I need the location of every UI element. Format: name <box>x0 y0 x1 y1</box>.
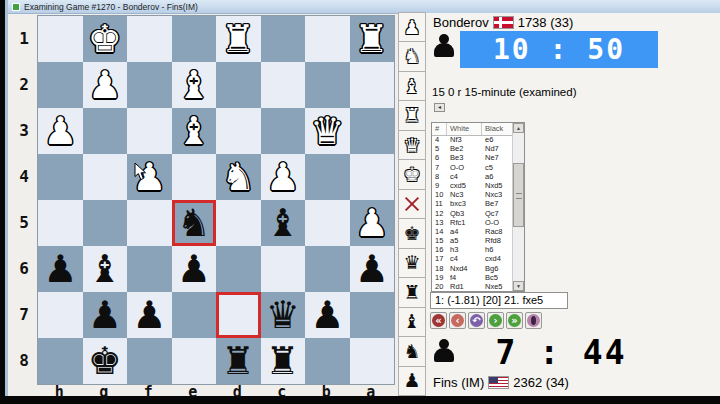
square-h2[interactable] <box>38 62 83 108</box>
white-move[interactable]: c4 <box>447 172 482 181</box>
top-player-name: Bonderov <box>433 15 489 30</box>
move-number: 18 <box>432 264 447 273</box>
black-move[interactable]: Bc5 <box>482 273 512 282</box>
square-a3[interactable] <box>350 108 395 154</box>
rank-labels: 12345678 <box>12 15 36 383</box>
square-f1[interactable] <box>127 16 172 62</box>
black-pawn[interactable]: ♟ <box>177 250 211 288</box>
square-g8[interactable]: ♚ <box>83 338 128 384</box>
move-row-5[interactable]: 5Be2Nd7 <box>432 144 512 153</box>
white-pawn[interactable]: ♟ <box>88 66 122 104</box>
white-knight-icon: ♞ <box>403 47 420 66</box>
white-move[interactable]: Nf3 <box>447 135 482 144</box>
white-pawn-icon[interactable]: ♟ <box>398 12 426 42</box>
engine-sound-button[interactable] <box>525 312 542 329</box>
rank-label-7: 7 <box>12 291 36 337</box>
rank-label-1: 1 <box>12 15 36 61</box>
square-c6[interactable] <box>261 246 306 292</box>
black-knight[interactable]: ♞ <box>177 204 211 242</box>
step-forward-button[interactable]: › <box>487 312 504 329</box>
white-king-icon[interactable]: ♚ <box>398 159 426 189</box>
square-c4[interactable]: ♟ <box>261 154 306 200</box>
square-e2[interactable]: ♝ <box>172 62 217 108</box>
move-number: 16 <box>432 245 447 254</box>
black-move[interactable]: h6 <box>482 245 512 254</box>
move-row-16[interactable]: 16h3h6 <box>432 245 512 254</box>
square-g2[interactable]: ♟ <box>83 62 128 108</box>
black-pawn[interactable]: ♟ <box>132 296 166 334</box>
square-h5[interactable] <box>38 200 83 246</box>
black-move[interactable]: Nd7 <box>482 144 512 153</box>
engine-analysis-line: 1: (-1.81) [20] 21. fxe5 <box>430 292 568 309</box>
move-number: 9 <box>432 181 447 190</box>
white-move[interactable]: c4 <box>447 254 482 263</box>
square-a1[interactable]: ♜ <box>350 16 395 62</box>
square-d4[interactable]: ♞ <box>216 154 261 200</box>
black-rook[interactable]: ♜ <box>266 342 300 380</box>
move-row-17[interactable]: 17c4cxd4 <box>432 254 512 263</box>
black-pawn-icon: ♟ <box>403 371 420 390</box>
black-move[interactable]: Rac8 <box>482 227 512 236</box>
move-number: 6 <box>432 153 447 162</box>
square-d1[interactable]: ♜ <box>216 16 261 62</box>
square-e7[interactable] <box>172 292 217 338</box>
jump-to-end-button[interactable]: » <box>506 312 523 329</box>
move-number: 20 <box>432 282 447 291</box>
square-b4[interactable] <box>305 154 350 200</box>
black-pawn[interactable]: ♟ <box>88 296 122 334</box>
square-g4[interactable] <box>83 154 128 200</box>
file-label-e: e <box>171 383 216 401</box>
square-c7[interactable]: ♛ <box>261 292 306 338</box>
white-pawn[interactable]: ♟ <box>266 158 300 196</box>
file-label-d: d <box>215 383 260 401</box>
black-move[interactable]: a6 <box>482 172 512 181</box>
square-h3[interactable]: ♟ <box>38 108 83 154</box>
black-king-icon: ♚ <box>403 224 420 243</box>
step-back-button[interactable]: ‹ <box>449 312 466 329</box>
black-move[interactable]: e6 <box>482 135 512 144</box>
move-list-scrollbar[interactable]: ▲ ▼ <box>512 123 524 291</box>
move-row-11[interactable]: 11bxc3Be7 <box>432 199 512 208</box>
file-labels: hgfedcba <box>37 383 393 398</box>
white-rook[interactable]: ♜ <box>355 20 389 58</box>
square-e6[interactable]: ♟ <box>172 246 217 292</box>
delete-piece-x-icon[interactable] <box>398 189 426 219</box>
black-bishop-icon[interactable]: ♝ <box>398 307 426 337</box>
square-f7[interactable]: ♟ <box>127 292 172 338</box>
white-bishop-icon: ♝ <box>403 77 420 96</box>
white-move[interactable]: f4 <box>447 273 482 282</box>
right-panel: Bonderov 1738 (33) 10 : 50 15 0 r 15-min… <box>426 13 720 396</box>
square-a4[interactable] <box>350 154 395 200</box>
black-player-person-icon <box>433 339 455 366</box>
step-forward-icon: › <box>489 314 502 327</box>
white-move[interactable]: a5 <box>447 236 482 245</box>
black-queen-icon: ♛ <box>403 253 420 272</box>
square-d3[interactable] <box>216 108 261 154</box>
bottom-player-rating: 2362 (34) <box>513 375 569 390</box>
square-e5[interactable]: ♞ <box>172 200 217 246</box>
takeback-icon: ↶ <box>470 314 483 327</box>
white-bishop[interactable]: ♝ <box>177 66 211 104</box>
rank-label-5: 5 <box>12 199 36 245</box>
white-move[interactable]: Be3 <box>447 153 482 162</box>
square-c5[interactable]: ♝ <box>261 200 306 246</box>
navigation-buttons: «‹↶›» <box>430 312 542 329</box>
white-bishop-icon[interactable]: ♝ <box>398 71 426 101</box>
move-number: 5 <box>432 144 447 153</box>
white-move[interactable]: h3 <box>447 245 482 254</box>
white-pawn[interactable]: ♟ <box>355 204 389 242</box>
black-rook-icon: ♜ <box>403 283 420 302</box>
square-h1[interactable] <box>38 16 83 62</box>
black-move[interactable]: Rfd8 <box>482 236 512 245</box>
square-b3[interactable]: ♛ <box>305 108 350 154</box>
move-row-6[interactable]: 6Be3Ne7 <box>432 153 512 162</box>
white-rook-icon[interactable]: ♜ <box>398 100 426 130</box>
black-king[interactable]: ♚ <box>88 342 122 380</box>
usa-flag-icon <box>488 376 509 389</box>
move-number: 19 <box>432 273 447 282</box>
move-row-10[interactable]: 10Nc3Nxc3 <box>432 190 512 199</box>
move-number: 13 <box>432 218 447 227</box>
jump-to-start-button[interactable]: « <box>430 312 447 329</box>
x-icon <box>404 196 420 212</box>
square-b6[interactable] <box>305 246 350 292</box>
square-e8[interactable] <box>172 338 217 384</box>
move-row-14[interactable]: 14a4Rac8 <box>432 227 512 236</box>
black-move[interactable]: O-O <box>482 218 512 227</box>
white-rook[interactable]: ♜ <box>221 20 255 58</box>
white-move[interactable]: cxd5 <box>447 181 482 190</box>
square-b2[interactable] <box>305 62 350 108</box>
move-row-13[interactable]: 13Rfc1O-O <box>432 218 512 227</box>
white-player-person-icon <box>433 34 455 61</box>
square-a5[interactable]: ♟ <box>350 200 395 246</box>
move-row-15[interactable]: 15a5Rfd8 <box>432 236 512 245</box>
white-bishop[interactable]: ♝ <box>177 112 211 150</box>
window-title: Examining Game #1270 - Bonderov - Fins(I… <box>24 2 198 12</box>
title-bar[interactable]: Examining Game #1270 - Bonderov - Fins(I… <box>8 0 720 14</box>
white-pawn[interactable]: ♟ <box>43 112 77 150</box>
black-move[interactable]: Qc7 <box>482 209 512 218</box>
black-move[interactable]: Nxe5 <box>482 282 512 291</box>
jump-to-start-icon: « <box>432 314 445 327</box>
black-bishop-icon: ♝ <box>403 312 420 331</box>
white-rook-icon: ♜ <box>403 106 420 125</box>
file-label-h: h <box>37 383 82 401</box>
white-move[interactable]: O-O <box>447 163 482 172</box>
white-knight-icon[interactable]: ♞ <box>398 41 426 71</box>
square-g5[interactable] <box>83 200 128 246</box>
rank-label-4: 4 <box>12 153 36 199</box>
white-knight[interactable]: ♞ <box>221 158 255 196</box>
square-h7[interactable] <box>38 292 83 338</box>
square-b1[interactable] <box>305 16 350 62</box>
square-g6[interactable]: ♝ <box>83 246 128 292</box>
move-number: 11 <box>432 199 447 208</box>
file-label-c: c <box>260 383 305 401</box>
app-icon <box>12 3 20 11</box>
black-move[interactable]: Bg6 <box>482 264 512 273</box>
black-pawn[interactable]: ♟ <box>43 250 77 288</box>
mouse-cursor <box>134 162 147 181</box>
white-move[interactable]: a4 <box>447 227 482 236</box>
square-c8[interactable]: ♜ <box>261 338 306 384</box>
black-bishop[interactable]: ♝ <box>266 204 300 242</box>
file-label-a: a <box>349 383 394 401</box>
square-g7[interactable]: ♟ <box>83 292 128 338</box>
white-king[interactable]: ♚ <box>88 20 122 58</box>
black-pawn-icon[interactable]: ♟ <box>398 366 426 396</box>
black-move[interactable]: c5 <box>482 163 512 172</box>
rank-label-3: 3 <box>12 107 36 153</box>
square-c2[interactable] <box>261 62 306 108</box>
black-queen[interactable]: ♛ <box>266 296 300 334</box>
square-e4[interactable] <box>172 154 217 200</box>
white-king-icon: ♚ <box>403 165 420 184</box>
rank-label-2: 2 <box>12 61 36 107</box>
move-number: 7 <box>432 163 447 172</box>
column-header-white: White <box>447 123 482 135</box>
square-d5[interactable] <box>216 200 261 246</box>
square-h8[interactable] <box>38 338 83 384</box>
file-label-f: f <box>126 383 171 401</box>
square-e3[interactable]: ♝ <box>172 108 217 154</box>
white-queen-icon: ♛ <box>403 136 420 155</box>
white-clock: 10 : 50 <box>460 31 658 68</box>
black-queen-icon[interactable]: ♛ <box>398 248 426 278</box>
square-d7[interactable] <box>216 292 261 338</box>
jump-to-end-icon: » <box>508 314 521 327</box>
move-row-19[interactable]: 19f4Bc5 <box>432 273 512 282</box>
file-label-b: b <box>304 383 349 401</box>
black-pawn[interactable]: ♟ <box>310 296 344 334</box>
black-clock: 7 : 44 <box>456 330 666 374</box>
move-row-20[interactable]: 20Rd1Nxe5 <box>432 282 512 291</box>
square-b8[interactable] <box>305 338 350 384</box>
piece-palette: ♟♞♝♜♛♚♚♛♜♝♞♟ <box>398 13 426 396</box>
square-a2[interactable] <box>350 62 395 108</box>
square-f8[interactable] <box>127 338 172 384</box>
square-a7[interactable] <box>350 292 395 338</box>
game-info-spin-button[interactable]: ◂ <box>434 103 445 112</box>
move-row-18[interactable]: 18Nxd4Bg6 <box>432 264 512 273</box>
white-move[interactable]: Be2 <box>447 144 482 153</box>
scroll-down-icon[interactable]: ▼ <box>513 281 524 291</box>
oval-glyph <box>531 316 536 325</box>
square-h6[interactable]: ♟ <box>38 246 83 292</box>
move-row-8[interactable]: 8c4a6 <box>432 172 512 181</box>
white-queen[interactable]: ♛ <box>310 112 344 150</box>
white-pawn-icon: ♟ <box>403 18 420 37</box>
top-player-row: Bonderov 1738 (33) <box>433 15 573 30</box>
black-move[interactable]: Ne7 <box>482 153 512 162</box>
move-row-7[interactable]: 7O-Oc5 <box>432 163 512 172</box>
move-list-table[interactable]: #WhiteBlack 4Nf3e65Be2Nd76Be3Ne77O-Oc58c… <box>431 122 525 292</box>
white-queen-icon[interactable]: ♛ <box>398 130 426 160</box>
square-d8[interactable]: ♜ <box>216 338 261 384</box>
rank-label-6: 6 <box>12 245 36 291</box>
move-number: 17 <box>432 254 447 263</box>
square-a8[interactable] <box>350 338 395 384</box>
column-header-num: # <box>432 123 447 135</box>
square-f5[interactable] <box>127 200 172 246</box>
takeback-button[interactable]: ↶ <box>468 312 485 329</box>
square-d6[interactable] <box>216 246 261 292</box>
black-knight-icon: ♞ <box>403 342 420 361</box>
black-pawn[interactable]: ♟ <box>355 250 389 288</box>
move-number: 4 <box>432 135 447 144</box>
move-number: 12 <box>432 209 447 218</box>
white-move[interactable]: bxc3 <box>447 199 482 208</box>
move-row-12[interactable]: 12Qb3Qc7 <box>432 209 512 218</box>
bottom-player-row: Fins (IM) 2362 (34) <box>433 375 569 390</box>
black-rook-icon[interactable]: ♜ <box>398 277 426 307</box>
file-label-g: g <box>82 383 127 401</box>
black-bishop[interactable]: ♝ <box>88 250 122 288</box>
scrollbar-thumb[interactable] <box>513 163 524 227</box>
square-g3[interactable] <box>83 108 128 154</box>
white-move[interactable]: Rd1 <box>447 282 482 291</box>
move-row-4[interactable]: 4Nf3e6 <box>432 135 512 144</box>
black-knight-icon[interactable]: ♞ <box>398 336 426 366</box>
square-c1[interactable] <box>261 16 306 62</box>
white-move[interactable]: Nxd4 <box>447 264 482 273</box>
black-king-icon[interactable]: ♚ <box>398 218 426 248</box>
black-move[interactable]: Nxc3 <box>482 190 512 199</box>
bottom-player-name: Fins (IM) <box>433 375 484 390</box>
black-move[interactable]: Be7 <box>482 199 512 208</box>
white-move[interactable]: Rfc1 <box>447 218 482 227</box>
engine-sound-icon <box>527 314 540 327</box>
chess-board[interactable]: ♚♜♜♟♝♟♝♛♟♞♟♞♝♟♟♝♟♟♟♟♛♟♚♜♜ <box>37 15 395 385</box>
black-move[interactable]: Nxd5 <box>482 181 512 190</box>
app-window: Examining Game #1270 - Bonderov - Fins(I… <box>5 0 720 396</box>
square-f2[interactable] <box>127 62 172 108</box>
move-number: 10 <box>432 190 447 199</box>
square-b7[interactable]: ♟ <box>305 292 350 338</box>
step-back-icon: ‹ <box>451 314 464 327</box>
square-f6[interactable] <box>127 246 172 292</box>
white-move[interactable]: Qb3 <box>447 209 482 218</box>
square-a6[interactable]: ♟ <box>350 246 395 292</box>
game-type-info: 15 0 r 15-minute (examined) <box>432 86 576 98</box>
move-row-9[interactable]: 9cxd5Nxd5 <box>432 181 512 190</box>
square-c3[interactable] <box>261 108 306 154</box>
black-rook[interactable]: ♜ <box>221 342 255 380</box>
square-b5[interactable] <box>305 200 350 246</box>
square-g1[interactable]: ♚ <box>83 16 128 62</box>
denmark-flag-icon <box>493 16 514 29</box>
move-list-body[interactable]: 4Nf3e65Be2Nd76Be3Ne77O-Oc58c4a69cxd5Nxd5… <box>432 135 512 291</box>
scroll-up-icon[interactable]: ▲ <box>513 123 524 133</box>
black-move[interactable]: cxd4 <box>482 254 512 263</box>
square-h4[interactable] <box>38 154 83 200</box>
move-number: 15 <box>432 236 447 245</box>
white-move[interactable]: Nc3 <box>447 190 482 199</box>
move-number: 8 <box>432 172 447 181</box>
move-number: 14 <box>432 227 447 236</box>
square-f3[interactable] <box>127 108 172 154</box>
square-d2[interactable] <box>216 62 261 108</box>
top-player-rating: 1738 (33) <box>518 15 574 30</box>
rank-label-8: 8 <box>12 337 36 383</box>
square-e1[interactable] <box>172 16 217 62</box>
